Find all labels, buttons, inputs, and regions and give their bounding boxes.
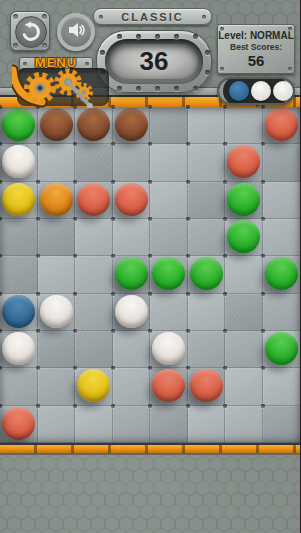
dot-white[interactable] <box>40 295 73 328</box>
board-cell[interactable] <box>38 406 76 443</box>
dot-white[interactable] <box>2 145 35 178</box>
board-cell[interactable] <box>263 256 301 293</box>
attempt-indicator-blue <box>229 81 249 101</box>
dot-orange[interactable] <box>40 183 73 216</box>
rivet <box>205 50 210 55</box>
board-cell[interactable] <box>0 182 38 219</box>
board-cell[interactable] <box>0 144 38 181</box>
board-cell[interactable] <box>188 406 226 443</box>
board-cell[interactable] <box>113 144 151 181</box>
board-cell[interactable] <box>188 144 226 181</box>
board-cell[interactable] <box>150 107 188 144</box>
dot-green[interactable] <box>152 257 185 290</box>
board-cell[interactable] <box>225 294 263 331</box>
attempts-tray <box>217 77 295 105</box>
board-cell[interactable] <box>150 182 188 219</box>
score-screen: 36 <box>110 44 198 79</box>
rivet <box>193 86 198 91</box>
board-cell[interactable] <box>75 368 113 405</box>
screw <box>99 15 103 19</box>
gear-icon <box>12 54 112 108</box>
screw <box>13 43 18 48</box>
sound-button[interactable] <box>57 13 95 51</box>
dot-red[interactable] <box>265 108 298 141</box>
board-cell[interactable] <box>0 294 38 331</box>
dot-brown[interactable] <box>115 108 148 141</box>
board-cell[interactable] <box>150 256 188 293</box>
attempt-indicator-white <box>273 81 293 101</box>
board-cell[interactable] <box>263 107 301 144</box>
dot-green[interactable] <box>2 108 35 141</box>
board-cell[interactable] <box>225 256 263 293</box>
menu-button[interactable]: MENU <box>12 54 112 108</box>
board-cell[interactable] <box>75 406 113 443</box>
rivet <box>136 86 141 91</box>
best-scores-label: Best Scores: <box>230 42 282 52</box>
board-cell[interactable] <box>75 219 113 256</box>
board-cell[interactable] <box>188 294 226 331</box>
board-cell[interactable] <box>225 331 263 368</box>
rivet <box>155 86 160 91</box>
rivet <box>174 86 179 91</box>
board-cell[interactable] <box>188 182 226 219</box>
restart-button[interactable] <box>10 11 50 51</box>
board-cell[interactable] <box>225 406 263 443</box>
board-cell[interactable] <box>263 182 301 219</box>
board-cell[interactable] <box>38 182 76 219</box>
screw <box>42 14 47 19</box>
rivet <box>205 70 210 75</box>
dot-blue[interactable] <box>2 295 35 328</box>
screw <box>288 27 292 31</box>
board-cell[interactable] <box>75 107 113 144</box>
board-cell[interactable] <box>150 144 188 181</box>
dot-yellow[interactable] <box>77 369 110 402</box>
screw <box>42 43 47 48</box>
board-cell[interactable] <box>225 107 263 144</box>
board-cell[interactable] <box>225 182 263 219</box>
board-cell[interactable] <box>225 368 263 405</box>
board-cell[interactable] <box>225 219 263 256</box>
board-cell[interactable] <box>150 294 188 331</box>
board-cell[interactable] <box>0 107 38 144</box>
screw <box>288 67 292 71</box>
attempt-indicator-white <box>251 81 271 101</box>
dot-red[interactable] <box>115 183 148 216</box>
dot-red[interactable] <box>190 369 223 402</box>
board-cell[interactable] <box>38 107 76 144</box>
speaker-icon <box>66 20 86 44</box>
board-cell[interactable] <box>113 331 151 368</box>
board-cell[interactable] <box>113 406 151 443</box>
dot-green[interactable] <box>190 257 223 290</box>
board-cell[interactable] <box>150 406 188 443</box>
dot-white[interactable] <box>2 332 35 365</box>
dot-green[interactable] <box>227 220 260 253</box>
board-cell[interactable] <box>75 256 113 293</box>
board-cell[interactable] <box>38 331 76 368</box>
board-cell[interactable] <box>38 219 76 256</box>
dot-white[interactable] <box>115 295 148 328</box>
board-cell[interactable] <box>263 331 301 368</box>
dot-white[interactable] <box>152 332 185 365</box>
screw <box>220 67 224 71</box>
board-cell[interactable] <box>0 256 38 293</box>
rivet <box>117 34 122 39</box>
board-cell[interactable] <box>225 144 263 181</box>
mode-banner: CLASSIC <box>93 8 212 25</box>
board-cell[interactable] <box>113 219 151 256</box>
score-value: 36 <box>140 46 169 77</box>
board-cell[interactable] <box>75 331 113 368</box>
screw <box>220 27 224 31</box>
dot-brown[interactable] <box>77 108 110 141</box>
dot-red[interactable] <box>152 369 185 402</box>
board-cell[interactable] <box>263 294 301 331</box>
dot-green[interactable] <box>265 257 298 290</box>
board-cell[interactable] <box>188 256 226 293</box>
screw <box>202 15 206 19</box>
board-cell[interactable] <box>0 406 38 443</box>
best-scores-value: 56 <box>248 53 265 68</box>
board-cell[interactable] <box>188 368 226 405</box>
board-cell[interactable] <box>263 368 301 405</box>
rivet <box>174 34 179 39</box>
board-cell[interactable] <box>150 368 188 405</box>
restart-icon <box>15 16 47 48</box>
level-label: Level: NORMAL <box>218 30 294 41</box>
board-cell[interactable] <box>0 331 38 368</box>
board-cell[interactable] <box>113 107 151 144</box>
dot-red[interactable] <box>77 183 110 216</box>
board-cell[interactable] <box>75 144 113 181</box>
board-cell[interactable] <box>38 368 76 405</box>
game-screen: CLASSIC 36 Level: NORMAL Best Scores: 56… <box>0 0 300 533</box>
board-cell[interactable] <box>113 294 151 331</box>
dot-red[interactable] <box>2 407 35 440</box>
dot-green[interactable] <box>265 332 298 365</box>
board-cell[interactable] <box>75 182 113 219</box>
board-cell[interactable] <box>0 219 38 256</box>
level-panel: Level: NORMAL Best Scores: 56 <box>217 24 295 74</box>
dot-green[interactable] <box>227 183 260 216</box>
board-cell[interactable] <box>188 331 226 368</box>
dot-yellow[interactable] <box>2 183 35 216</box>
rivet <box>155 34 160 39</box>
board-cell[interactable] <box>38 144 76 181</box>
board-cell[interactable] <box>263 219 301 256</box>
dot-brown[interactable] <box>40 108 73 141</box>
board-cell[interactable] <box>75 294 113 331</box>
game-board <box>0 107 300 443</box>
score-display: 36 <box>96 30 212 93</box>
rivet <box>193 34 198 39</box>
rivet <box>117 86 122 91</box>
rivet <box>136 34 141 39</box>
board-cell[interactable] <box>113 256 151 293</box>
dot-green[interactable] <box>115 257 148 290</box>
board-cell[interactable] <box>150 331 188 368</box>
board-cell[interactable] <box>38 294 76 331</box>
dot-red[interactable] <box>227 145 260 178</box>
board-cell[interactable] <box>0 368 38 405</box>
board-cell[interactable] <box>113 368 151 405</box>
screw <box>13 14 18 19</box>
board-cell[interactable] <box>188 107 226 144</box>
board-cell[interactable] <box>263 406 301 443</box>
bottom-frame-strip <box>0 443 300 455</box>
board-cell[interactable] <box>38 256 76 293</box>
board-cell[interactable] <box>113 182 151 219</box>
mode-label: CLASSIC <box>121 11 183 23</box>
board-cell[interactable] <box>263 144 301 181</box>
board-cell[interactable] <box>150 219 188 256</box>
board-cell[interactable] <box>188 219 226 256</box>
